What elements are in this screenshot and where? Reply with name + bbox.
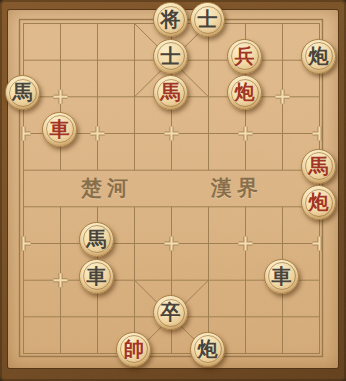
black-horse[interactable]: 馬: [5, 75, 40, 110]
piece-glyph: 炮: [302, 186, 335, 219]
piece-glyph: 馬: [80, 223, 113, 256]
piece-glyph: 将: [154, 3, 187, 36]
pieces-layer: 将士士兵炮馬馬炮車馬炮馬車車卒帥炮: [5, 5, 338, 372]
piece-glyph: 馬: [6, 76, 39, 109]
red-general[interactable]: 帥: [116, 332, 151, 367]
piece-glyph: 炮: [302, 40, 335, 73]
red-cannon[interactable]: 炮: [301, 185, 336, 220]
xiangqi-board: 楚河 漢界 将士士兵炮馬馬炮車馬炮馬車車卒帥炮: [0, 0, 346, 381]
piece-glyph: 卒: [154, 296, 187, 329]
piece-glyph: 車: [265, 260, 298, 293]
black-chariot[interactable]: 車: [79, 259, 114, 294]
piece-glyph: 帥: [117, 333, 150, 366]
piece-glyph: 士: [154, 40, 187, 73]
piece-glyph: 兵: [228, 40, 261, 73]
red-horse[interactable]: 馬: [301, 149, 336, 184]
red-cannon[interactable]: 炮: [227, 75, 262, 110]
black-advisor[interactable]: 士: [190, 2, 225, 37]
red-chariot[interactable]: 車: [42, 112, 77, 147]
black-general[interactable]: 将: [153, 2, 188, 37]
red-horse[interactable]: 馬: [153, 75, 188, 110]
piece-glyph: 炮: [228, 76, 261, 109]
red-soldier[interactable]: 兵: [227, 39, 262, 74]
piece-glyph: 馬: [302, 150, 335, 183]
piece-glyph: 士: [191, 3, 224, 36]
piece-glyph: 炮: [191, 333, 224, 366]
piece-glyph: 馬: [154, 76, 187, 109]
black-advisor[interactable]: 士: [153, 39, 188, 74]
black-cannon[interactable]: 炮: [190, 332, 225, 367]
black-chariot[interactable]: 車: [264, 259, 299, 294]
black-soldier[interactable]: 卒: [153, 295, 188, 330]
piece-glyph: 車: [43, 113, 76, 146]
black-horse[interactable]: 馬: [79, 222, 114, 257]
black-cannon[interactable]: 炮: [301, 39, 336, 74]
piece-glyph: 車: [80, 260, 113, 293]
